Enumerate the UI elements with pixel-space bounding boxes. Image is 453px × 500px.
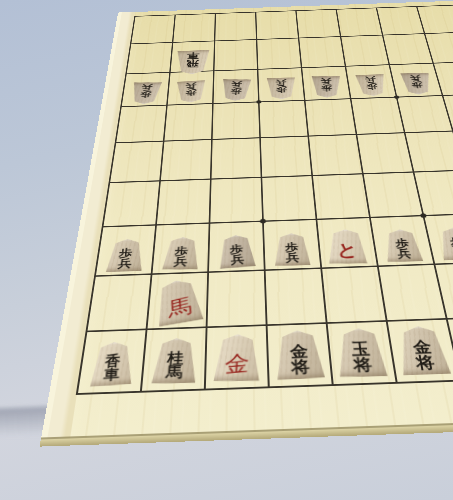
koma-kanji: 歩兵 (449, 236, 453, 257)
koma-kanji: 歩兵 (139, 84, 153, 98)
koma-fuhyo-pawn[interactable]: 歩兵 (160, 237, 200, 270)
koma-kinsho-gold[interactable]: 金将 (273, 329, 326, 380)
koma-fuhyo-pawn-opponent[interactable]: 歩兵 (354, 74, 388, 96)
koma-fuhyo-pawn-opponent[interactable]: 歩兵 (219, 79, 251, 101)
star-point (420, 213, 427, 218)
kanji-char: 将 (414, 355, 435, 372)
kanji-char: 歩 (410, 82, 422, 89)
kanji-char: 将 (352, 357, 372, 373)
koma-kanji: 歩兵 (394, 238, 411, 259)
koma-fuhyo-pawn-opponent[interactable]: 歩兵 (128, 82, 163, 104)
grid-line-horizontal (130, 30, 453, 44)
kanji-char: 歩 (230, 88, 242, 95)
grid-line-horizontal (102, 209, 453, 227)
koma-tokin-promoted-pawn[interactable]: と (326, 229, 369, 264)
star-point (256, 100, 261, 103)
koma-kanji: 馬 (166, 295, 192, 323)
kanji-char: 飛 (186, 59, 199, 67)
koma-ryume-promoted-bishop[interactable]: 馬 (153, 277, 205, 327)
koma-kanji: 歩兵 (229, 243, 244, 265)
kanji-char: 兵 (231, 81, 243, 88)
koma-kyosha-lance[interactable]: 香車 (89, 341, 135, 387)
kanji-char: 兵 (275, 79, 286, 86)
kanji-char: 兵 (173, 256, 188, 267)
koma-kanji: 歩兵 (230, 81, 242, 95)
koma-kanji: 飛車 (186, 52, 199, 68)
kanji-char: 兵 (320, 78, 331, 85)
shogi-photo-scene: 飛車歩兵歩兵歩兵歩兵歩兵歩兵歩兵歩兵歩兵歩兵歩兵と歩兵歩兵馬香車桂馬金金将玉将金… (0, 0, 453, 500)
kanji-char: 歩 (139, 91, 151, 98)
koma-fuhyo-pawn[interactable]: 歩兵 (381, 229, 424, 262)
koma-fuhyo-pawn-opponent[interactable]: 歩兵 (399, 73, 434, 95)
kanji-char: 兵 (185, 82, 196, 89)
koma-keima-knight[interactable]: 桂馬 (150, 338, 199, 384)
star-point (394, 95, 400, 98)
koma-gyokusho-king[interactable]: 玉将 (334, 328, 389, 377)
koma-fuhyo-pawn-opponent[interactable]: 歩兵 (175, 80, 206, 103)
koma-kanji: 歩兵 (285, 242, 299, 263)
kanji-char: 兵 (409, 75, 421, 82)
kanji-char: 兵 (364, 76, 376, 83)
koma-kanji: 歩兵 (275, 79, 286, 93)
koma-fuhyo-pawn[interactable]: 歩兵 (105, 238, 146, 272)
koma-kanji: 金将 (289, 343, 310, 375)
kanji-char: 兵 (117, 258, 132, 269)
koma-kanji: 金 (223, 352, 249, 378)
koma-fuhyo-pawn[interactable]: 歩兵 (273, 233, 312, 266)
koma-narigin-promoted-silver[interactable]: 金 (212, 334, 261, 381)
kanji-char: 馬 (165, 365, 183, 380)
kanji-char: 馬 (166, 295, 191, 320)
grid-line-horizontal (85, 312, 453, 333)
board: 飛車歩兵歩兵歩兵歩兵歩兵歩兵歩兵歩兵歩兵歩兵歩兵と歩兵歩兵馬香車桂馬金金将玉将金… (41, 0, 453, 439)
koma-kanji: 歩兵 (409, 75, 423, 89)
board-grid[interactable]: 飛車歩兵歩兵歩兵歩兵歩兵歩兵歩兵歩兵歩兵歩兵歩兵と歩兵歩兵馬香車桂馬金金将玉将金… (77, 4, 453, 394)
koma-kanji: 歩兵 (185, 82, 196, 96)
kanji-char: 歩 (320, 85, 331, 92)
kanji-char: 兵 (141, 84, 153, 91)
star-point (260, 219, 266, 224)
koma-kinsho-gold[interactable]: 金将 (394, 326, 453, 376)
kanji-char: 兵 (396, 248, 411, 259)
board-wrap: 飛車歩兵歩兵歩兵歩兵歩兵歩兵歩兵歩兵歩兵歩兵歩兵と歩兵歩兵馬香車桂馬金金将玉将金… (26, 0, 453, 441)
koma-kanji: 歩兵 (320, 78, 332, 92)
kanji-char: 車 (103, 367, 120, 382)
koma-kanji: 歩兵 (364, 76, 378, 90)
koma-kanji: 香車 (103, 354, 121, 383)
koma-kanji: 桂馬 (165, 350, 184, 380)
kanji-char: と (336, 242, 359, 258)
koma-fuhyo-pawn[interactable]: 歩兵 (217, 234, 256, 269)
kanji-char: 車 (186, 52, 199, 60)
koma-kanji: 歩兵 (117, 247, 133, 269)
koma-fuhyo-pawn-opponent[interactable]: 歩兵 (266, 77, 297, 99)
koma-fuhyo-pawn-opponent[interactable]: 歩兵 (311, 76, 342, 98)
kanji-char: 兵 (285, 252, 299, 263)
koma-kanji: 玉将 (351, 341, 373, 373)
koma-kanji: 金将 (412, 339, 436, 371)
kanji-char: 歩 (275, 86, 286, 93)
kanji-char: 兵 (230, 254, 244, 266)
kanji-char: 将 (290, 359, 310, 376)
koma-fuhyo-pawn[interactable]: 歩兵 (435, 227, 453, 260)
koma-kanji: と (336, 242, 359, 261)
grid-line-horizontal (125, 60, 453, 75)
koma-kanji: 歩兵 (173, 246, 189, 267)
kanji-char: 金 (223, 352, 249, 375)
